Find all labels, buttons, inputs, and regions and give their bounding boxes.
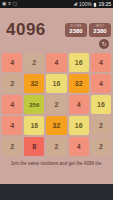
score-value: 2380: [69, 28, 82, 35]
status-bar-left: ▣ ¤ ▢: [2, 0, 17, 8]
page-title: 4096: [6, 20, 46, 40]
tile-256: 256: [24, 95, 44, 114]
tile-32: 32: [46, 116, 66, 135]
tile-32: 32: [69, 74, 89, 93]
tile-4: 4: [91, 74, 111, 93]
status-bar: ▣ ¤ ▢ ◢ 100% ▮ 19:25: [0, 0, 113, 8]
tile-2: 2: [91, 116, 111, 135]
battery-icon: ▮: [94, 0, 97, 8]
tile-16: 16: [69, 116, 89, 135]
tile-32: 32: [24, 74, 44, 93]
tile-16: 16: [91, 95, 111, 114]
tile-2: 2: [2, 137, 22, 156]
app-icon: ▢: [13, 0, 17, 8]
tile-4: 4: [69, 95, 89, 114]
restart-button[interactable]: ↻: [99, 39, 109, 49]
score-box: SCORE 2380: [65, 23, 87, 37]
best-value: 2380: [93, 28, 106, 35]
tile-4: 4: [69, 137, 89, 156]
battery-percent: 100%: [79, 0, 92, 8]
clock: 19:25: [98, 0, 111, 8]
tile-4: 4: [46, 53, 66, 72]
screenshot-icon: ▣: [2, 0, 6, 8]
tile-2: 2: [46, 137, 66, 156]
tile-16: 16: [46, 74, 66, 93]
tile-2: 2: [91, 137, 111, 156]
hint-text: Join the same numbers and get the 4096 t…: [0, 161, 113, 166]
tile-2: 2: [46, 95, 66, 114]
best-box: BEST 2380: [89, 23, 111, 37]
bottom-bar: [0, 184, 113, 200]
tile-2: 2: [2, 74, 22, 93]
status-bar-right: ◢ 100% ▮ 19:25: [73, 0, 111, 8]
tile-16: 16: [69, 53, 89, 72]
tile-2: 2: [24, 53, 44, 72]
board-grid[interactable]: 42416423216324425624164163216228242: [2, 53, 111, 156]
score-panel: SCORE 2380 BEST 2380: [65, 23, 111, 37]
tile-16: 16: [24, 116, 44, 135]
tile-4: 4: [2, 116, 22, 135]
signal-icon: ◢: [73, 0, 76, 8]
restart-icon: ↻: [101, 39, 106, 49]
tile-4: 4: [2, 95, 22, 114]
usb-icon: ¤: [8, 0, 11, 8]
tile-4: 4: [91, 53, 111, 72]
tile-4: 4: [2, 53, 22, 72]
tile-8: 8: [24, 137, 44, 156]
